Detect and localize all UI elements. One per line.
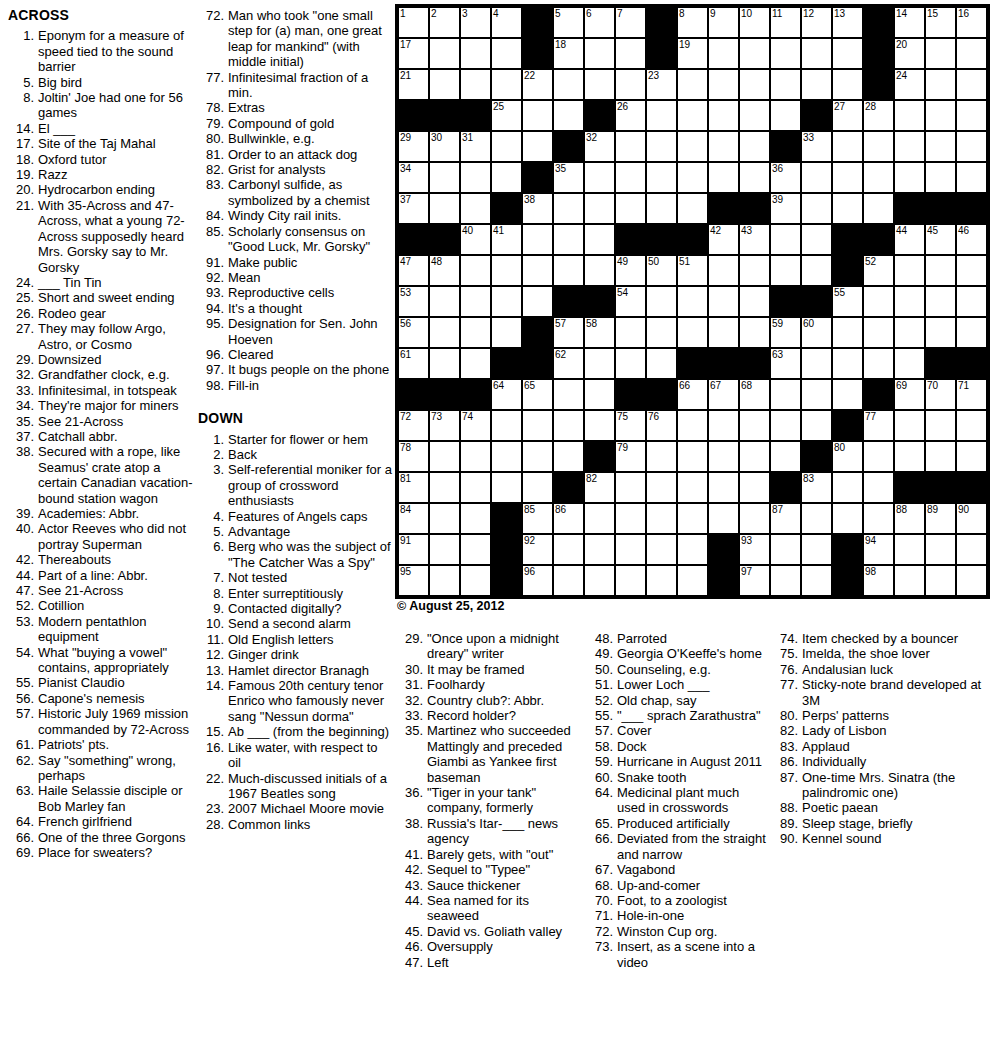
grid-cell[interactable] (491, 255, 522, 286)
grid-cell[interactable] (708, 131, 739, 162)
grid-cell[interactable] (956, 162, 987, 193)
grid-cell[interactable] (956, 286, 987, 317)
grid-cell[interactable] (739, 162, 770, 193)
grid-cell[interactable]: 86 (553, 503, 584, 534)
grid-cell[interactable] (460, 69, 491, 100)
grid-cell[interactable] (894, 565, 925, 596)
grid-cell[interactable] (801, 410, 832, 441)
grid-cell[interactable]: 40 (460, 224, 491, 255)
grid-cell[interactable] (894, 131, 925, 162)
grid-cell[interactable]: 95 (398, 565, 429, 596)
grid-cell[interactable] (615, 565, 646, 596)
grid-cell[interactable]: 64 (491, 379, 522, 410)
grid-cell[interactable]: 80 (832, 441, 863, 472)
grid-cell[interactable] (739, 100, 770, 131)
grid-cell[interactable]: 51 (677, 255, 708, 286)
grid-cell[interactable] (677, 69, 708, 100)
grid-cell[interactable] (770, 441, 801, 472)
grid-cell[interactable] (863, 348, 894, 379)
grid-cell[interactable] (522, 441, 553, 472)
grid-cell[interactable]: 37 (398, 193, 429, 224)
grid-cell[interactable] (615, 472, 646, 503)
grid-cell[interactable] (739, 38, 770, 69)
grid-cell[interactable]: 39 (770, 193, 801, 224)
grid-cell[interactable] (646, 503, 677, 534)
grid-cell[interactable] (429, 472, 460, 503)
grid-cell[interactable]: 26 (615, 100, 646, 131)
grid-cell[interactable] (770, 534, 801, 565)
clue-across-92: 92.Mean (196, 270, 393, 285)
grid-cell[interactable]: 25 (491, 100, 522, 131)
grid-cell[interactable]: 49 (615, 255, 646, 286)
grid-cell[interactable] (956, 38, 987, 69)
grid-cell[interactable] (491, 38, 522, 69)
grid-cell[interactable] (739, 255, 770, 286)
grid-cell[interactable]: 72 (398, 410, 429, 441)
grid-cell[interactable]: 13 (832, 7, 863, 38)
grid-cell[interactable]: 22 (522, 69, 553, 100)
grid-cell[interactable] (553, 100, 584, 131)
grid-cell[interactable] (894, 441, 925, 472)
grid-cell[interactable]: 79 (615, 441, 646, 472)
grid-cell[interactable] (491, 410, 522, 441)
grid-cell[interactable] (460, 255, 491, 286)
grid-cell[interactable] (832, 193, 863, 224)
grid-cell[interactable]: 92 (522, 534, 553, 565)
grid-cell[interactable] (646, 317, 677, 348)
grid-cell[interactable] (615, 162, 646, 193)
grid-cell[interactable] (925, 410, 956, 441)
grid-cell[interactable] (832, 348, 863, 379)
grid-cell[interactable] (429, 441, 460, 472)
grid-cell[interactable]: 46 (956, 224, 987, 255)
grid-cell[interactable] (646, 100, 677, 131)
grid-cell[interactable] (522, 100, 553, 131)
grid-cell[interactable] (615, 193, 646, 224)
grid-cell[interactable] (584, 379, 615, 410)
grid-cell[interactable]: 70 (925, 379, 956, 410)
grid-cell[interactable] (491, 472, 522, 503)
grid-cell[interactable] (801, 348, 832, 379)
grid-cell[interactable] (832, 162, 863, 193)
grid-cell[interactable]: 9 (708, 7, 739, 38)
grid-cell[interactable] (677, 472, 708, 503)
grid-cell[interactable] (522, 224, 553, 255)
grid-cell[interactable]: 78 (398, 441, 429, 472)
grid-cell[interactable]: 32 (584, 131, 615, 162)
grid-cell[interactable] (460, 317, 491, 348)
grid-cell[interactable]: 21 (398, 69, 429, 100)
grid-cell[interactable]: 67 (708, 379, 739, 410)
grid-cell[interactable]: 61 (398, 348, 429, 379)
grid-cell[interactable]: 59 (770, 317, 801, 348)
grid-cell[interactable] (677, 534, 708, 565)
grid-cell[interactable] (584, 162, 615, 193)
grid-cell[interactable]: 85 (522, 503, 553, 534)
grid-cell[interactable]: 45 (925, 224, 956, 255)
grid-cell[interactable] (925, 286, 956, 317)
grid-cell[interactable]: 71 (956, 379, 987, 410)
grid-cell[interactable] (491, 69, 522, 100)
grid-cell[interactable] (646, 472, 677, 503)
grid-cell[interactable] (491, 286, 522, 317)
grid-cell[interactable]: 75 (615, 410, 646, 441)
grid-cell[interactable] (584, 348, 615, 379)
grid-cell[interactable]: 53 (398, 286, 429, 317)
grid-cell[interactable] (708, 100, 739, 131)
grid-cell[interactable]: 89 (925, 503, 956, 534)
grid-cell[interactable]: 35 (553, 162, 584, 193)
grid-cell[interactable] (553, 224, 584, 255)
grid-cell[interactable]: 54 (615, 286, 646, 317)
grid-cell[interactable]: 10 (739, 7, 770, 38)
grid-cell[interactable] (770, 410, 801, 441)
grid-cell[interactable]: 57 (553, 317, 584, 348)
grid-cell[interactable]: 60 (801, 317, 832, 348)
grid-cell[interactable]: 97 (739, 565, 770, 596)
grid-cell[interactable] (677, 131, 708, 162)
grid-cell[interactable] (677, 503, 708, 534)
grid-cell[interactable]: 69 (894, 379, 925, 410)
grid-cell[interactable] (801, 69, 832, 100)
grid-cell[interactable] (863, 472, 894, 503)
grid-cell[interactable] (491, 131, 522, 162)
grid-cell[interactable] (677, 286, 708, 317)
grid-cell[interactable]: 12 (801, 7, 832, 38)
grid-cell[interactable] (708, 162, 739, 193)
grid-cell[interactable] (522, 410, 553, 441)
grid-cell[interactable] (739, 286, 770, 317)
grid-cell[interactable] (677, 410, 708, 441)
grid-cell[interactable]: 29 (398, 131, 429, 162)
grid-cell[interactable] (894, 100, 925, 131)
grid-cell[interactable] (708, 38, 739, 69)
grid-cell[interactable] (770, 69, 801, 100)
grid-cell[interactable] (553, 379, 584, 410)
grid-cell[interactable]: 94 (863, 534, 894, 565)
grid-cell[interactable] (832, 69, 863, 100)
grid-cell[interactable]: 41 (491, 224, 522, 255)
grid-cell[interactable] (708, 255, 739, 286)
grid-cell[interactable] (925, 441, 956, 472)
grid-cell[interactable] (770, 379, 801, 410)
grid-cell[interactable]: 47 (398, 255, 429, 286)
grid-cell[interactable]: 77 (863, 410, 894, 441)
grid-cell[interactable] (615, 38, 646, 69)
grid-cell[interactable] (615, 534, 646, 565)
grid-cell[interactable]: 56 (398, 317, 429, 348)
grid-cell[interactable] (460, 38, 491, 69)
grid-cell[interactable] (429, 565, 460, 596)
grid-cell[interactable] (770, 565, 801, 596)
grid-cell[interactable] (925, 255, 956, 286)
grid-cell[interactable]: 43 (739, 224, 770, 255)
grid-cell[interactable] (584, 255, 615, 286)
grid-cell[interactable]: 52 (863, 255, 894, 286)
grid-cell[interactable]: 23 (646, 69, 677, 100)
grid-cell[interactable] (708, 503, 739, 534)
grid-cell[interactable] (460, 162, 491, 193)
grid-cell[interactable]: 93 (739, 534, 770, 565)
grid-cell[interactable] (894, 317, 925, 348)
grid-cell[interactable] (863, 193, 894, 224)
grid-cell[interactable]: 5 (553, 7, 584, 38)
grid-cell[interactable] (553, 410, 584, 441)
grid-cell[interactable] (894, 286, 925, 317)
grid-cell[interactable]: 90 (956, 503, 987, 534)
grid-cell[interactable] (739, 503, 770, 534)
grid-cell[interactable] (770, 38, 801, 69)
grid-cell[interactable]: 44 (894, 224, 925, 255)
grid-cell[interactable] (460, 441, 491, 472)
grid-cell[interactable] (615, 503, 646, 534)
grid-cell[interactable] (522, 131, 553, 162)
grid-cell[interactable]: 91 (398, 534, 429, 565)
grid-cell[interactable] (460, 472, 491, 503)
grid-cell[interactable] (739, 317, 770, 348)
grid-cell[interactable] (491, 441, 522, 472)
grid-cell[interactable]: 76 (646, 410, 677, 441)
grid-cell[interactable] (491, 317, 522, 348)
grid-cell[interactable] (460, 348, 491, 379)
grid-cell[interactable] (677, 100, 708, 131)
grid-cell[interactable] (584, 69, 615, 100)
grid-cell[interactable] (925, 131, 956, 162)
grid-cell[interactable] (956, 131, 987, 162)
grid-cell[interactable]: 62 (553, 348, 584, 379)
grid-cell[interactable] (553, 441, 584, 472)
grid-cell[interactable] (584, 503, 615, 534)
grid-cell[interactable] (460, 503, 491, 534)
grid-cell[interactable]: 73 (429, 410, 460, 441)
grid-cell[interactable] (863, 503, 894, 534)
grid-cell[interactable] (584, 224, 615, 255)
grid-cell[interactable] (677, 565, 708, 596)
grid-cell[interactable] (553, 255, 584, 286)
grid-cell[interactable] (429, 38, 460, 69)
grid-cell[interactable] (770, 100, 801, 131)
grid-cell[interactable] (801, 255, 832, 286)
grid-cell[interactable] (615, 131, 646, 162)
grid-cell[interactable] (460, 534, 491, 565)
grid-cell[interactable] (522, 286, 553, 317)
grid-cell[interactable] (429, 193, 460, 224)
grid-cell[interactable] (522, 472, 553, 503)
grid-cell[interactable] (615, 69, 646, 100)
grid-cell[interactable] (553, 193, 584, 224)
grid-cell[interactable] (553, 565, 584, 596)
grid-cell[interactable] (739, 472, 770, 503)
grid-cell[interactable] (646, 348, 677, 379)
grid-cell[interactable] (646, 162, 677, 193)
grid-cell[interactable]: 55 (832, 286, 863, 317)
grid-cell[interactable]: 81 (398, 472, 429, 503)
grid-cell[interactable] (646, 534, 677, 565)
grid-cell[interactable] (677, 162, 708, 193)
grid-cell[interactable] (956, 255, 987, 286)
grid-cell[interactable] (615, 348, 646, 379)
grid-cell[interactable] (801, 503, 832, 534)
grid-cell[interactable]: 16 (956, 7, 987, 38)
grid-cell[interactable]: 50 (646, 255, 677, 286)
grid-cell[interactable] (925, 565, 956, 596)
grid-cell[interactable] (460, 286, 491, 317)
grid-cell[interactable] (863, 131, 894, 162)
grid-cell[interactable] (739, 69, 770, 100)
grid-cell[interactable] (956, 410, 987, 441)
grid-cell[interactable] (677, 441, 708, 472)
grid-cell[interactable]: 1 (398, 7, 429, 38)
grid-cell[interactable] (925, 38, 956, 69)
grid-cell[interactable] (429, 534, 460, 565)
grid-cell[interactable]: 66 (677, 379, 708, 410)
grid-cell[interactable]: 28 (863, 100, 894, 131)
grid-cell[interactable] (708, 286, 739, 317)
grid-cell[interactable]: 30 (429, 131, 460, 162)
grid-cell[interactable]: 74 (460, 410, 491, 441)
grid-cell[interactable] (584, 534, 615, 565)
grid-cell[interactable]: 58 (584, 317, 615, 348)
grid-cell[interactable]: 42 (708, 224, 739, 255)
grid-cell[interactable] (429, 348, 460, 379)
grid-cell[interactable] (832, 472, 863, 503)
grid-cell[interactable] (956, 317, 987, 348)
grid-cell[interactable]: 8 (677, 7, 708, 38)
grid-cell[interactable]: 88 (894, 503, 925, 534)
grid-cell[interactable] (832, 503, 863, 534)
grid-cell[interactable] (677, 317, 708, 348)
grid-cell[interactable] (894, 162, 925, 193)
grid-cell[interactable] (956, 534, 987, 565)
grid-cell[interactable]: 2 (429, 7, 460, 38)
grid-cell[interactable]: 82 (584, 472, 615, 503)
grid-cell[interactable]: 6 (584, 7, 615, 38)
grid-cell[interactable] (801, 379, 832, 410)
grid-cell[interactable] (553, 69, 584, 100)
grid-cell[interactable] (646, 565, 677, 596)
grid-cell[interactable] (491, 162, 522, 193)
grid-cell[interactable] (553, 534, 584, 565)
grid-cell[interactable] (739, 131, 770, 162)
grid-cell[interactable] (894, 534, 925, 565)
grid-cell[interactable] (677, 193, 708, 224)
grid-cell[interactable] (832, 379, 863, 410)
grid-cell[interactable] (956, 100, 987, 131)
grid-cell[interactable] (801, 193, 832, 224)
grid-cell[interactable] (429, 317, 460, 348)
grid-cell[interactable] (925, 69, 956, 100)
grid-cell[interactable] (522, 255, 553, 286)
grid-cell[interactable] (708, 410, 739, 441)
grid-cell[interactable] (739, 441, 770, 472)
grid-cell[interactable] (832, 38, 863, 69)
grid-cell[interactable]: 17 (398, 38, 429, 69)
grid-cell[interactable] (801, 565, 832, 596)
grid-cell[interactable]: 18 (553, 38, 584, 69)
grid-cell[interactable]: 38 (522, 193, 553, 224)
grid-cell[interactable] (832, 131, 863, 162)
grid-cell[interactable] (832, 317, 863, 348)
grid-cell[interactable]: 65 (522, 379, 553, 410)
grid-cell[interactable] (708, 441, 739, 472)
grid-cell[interactable] (801, 38, 832, 69)
grid-cell[interactable] (894, 348, 925, 379)
grid-cell[interactable]: 20 (894, 38, 925, 69)
grid-cell[interactable] (615, 317, 646, 348)
grid-cell[interactable]: 34 (398, 162, 429, 193)
grid-cell[interactable]: 14 (894, 7, 925, 38)
grid-cell[interactable] (770, 255, 801, 286)
grid-cell[interactable]: 98 (863, 565, 894, 596)
grid-cell[interactable] (925, 100, 956, 131)
grid-cell[interactable]: 33 (801, 131, 832, 162)
grid-cell[interactable] (584, 565, 615, 596)
grid-cell[interactable] (801, 534, 832, 565)
grid-cell[interactable]: 48 (429, 255, 460, 286)
grid-cell[interactable] (708, 317, 739, 348)
grid-cell[interactable] (646, 193, 677, 224)
grid-cell[interactable] (770, 224, 801, 255)
grid-cell[interactable]: 7 (615, 7, 646, 38)
grid-cell[interactable] (925, 162, 956, 193)
grid-cell[interactable] (863, 286, 894, 317)
grid-cell[interactable]: 83 (801, 472, 832, 503)
grid-cell[interactable] (894, 255, 925, 286)
grid-cell[interactable] (460, 193, 491, 224)
grid-cell[interactable]: 36 (770, 162, 801, 193)
grid-cell[interactable]: 19 (677, 38, 708, 69)
grid-cell[interactable]: 84 (398, 503, 429, 534)
grid-cell[interactable] (708, 69, 739, 100)
grid-cell[interactable]: 31 (460, 131, 491, 162)
grid-cell[interactable]: 63 (770, 348, 801, 379)
grid-cell[interactable]: 68 (739, 379, 770, 410)
grid-cell[interactable] (863, 441, 894, 472)
grid-cell[interactable] (956, 565, 987, 596)
grid-cell[interactable] (584, 193, 615, 224)
grid-cell[interactable]: 15 (925, 7, 956, 38)
grid-cell[interactable]: 4 (491, 7, 522, 38)
grid-cell[interactable] (956, 69, 987, 100)
grid-cell[interactable] (584, 410, 615, 441)
grid-cell[interactable] (429, 503, 460, 534)
grid-cell[interactable] (646, 286, 677, 317)
grid-cell[interactable] (646, 441, 677, 472)
grid-cell[interactable] (708, 472, 739, 503)
grid-cell[interactable] (925, 534, 956, 565)
grid-cell[interactable] (956, 441, 987, 472)
grid-cell[interactable]: 3 (460, 7, 491, 38)
grid-cell[interactable] (739, 410, 770, 441)
grid-cell[interactable]: 87 (770, 503, 801, 534)
grid-cell[interactable] (460, 565, 491, 596)
grid-cell[interactable] (646, 131, 677, 162)
grid-cell[interactable] (429, 286, 460, 317)
grid-cell[interactable] (801, 162, 832, 193)
grid-cell[interactable]: 11 (770, 7, 801, 38)
grid-cell[interactable] (801, 224, 832, 255)
grid-cell[interactable]: 27 (832, 100, 863, 131)
grid-cell[interactable] (894, 410, 925, 441)
grid-cell[interactable] (863, 162, 894, 193)
grid-cell[interactable] (863, 317, 894, 348)
grid-cell[interactable]: 96 (522, 565, 553, 596)
grid-cell[interactable] (584, 38, 615, 69)
grid-cell[interactable] (429, 69, 460, 100)
grid-cell[interactable] (429, 162, 460, 193)
grid-cell[interactable]: 24 (894, 69, 925, 100)
grid-cell[interactable] (925, 317, 956, 348)
